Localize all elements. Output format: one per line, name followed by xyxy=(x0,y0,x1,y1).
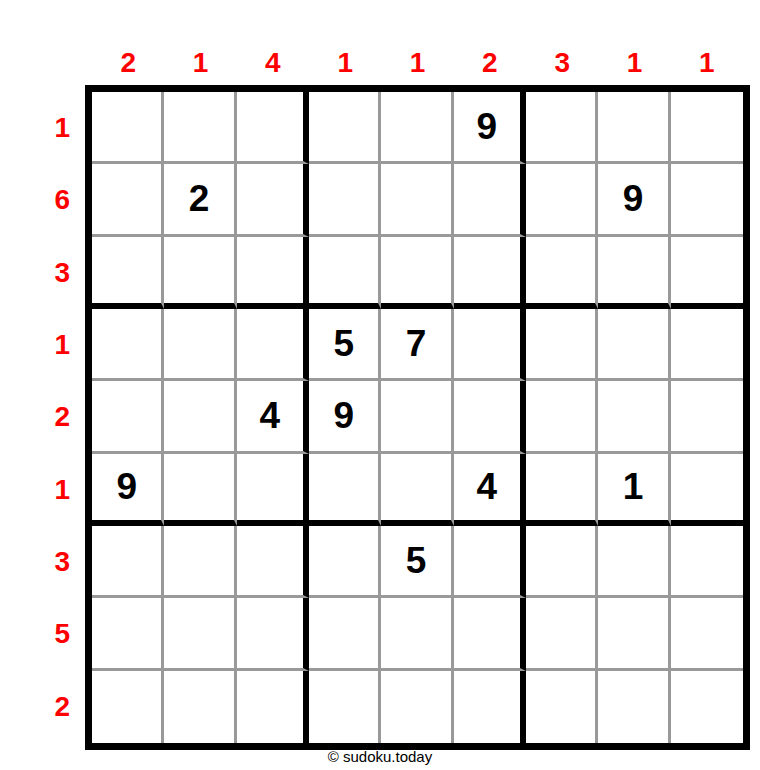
cell-r8c8[interactable] xyxy=(598,598,670,670)
cell-r6c2[interactable] xyxy=(164,454,236,526)
cell-r8c9[interactable] xyxy=(671,598,743,670)
cell-r1c5[interactable] xyxy=(381,92,453,164)
left-clue-row5: 2 xyxy=(0,381,84,453)
left-clue-row2: 6 xyxy=(0,164,84,236)
given-digit: 9 xyxy=(116,468,137,505)
left-clue-row1: 1 xyxy=(0,92,84,164)
left-clue-row7: 3 xyxy=(0,526,84,598)
cell-r2c8[interactable]: 9 xyxy=(598,164,670,236)
cell-r7c4[interactable] xyxy=(309,526,381,598)
cell-r1c7[interactable] xyxy=(526,92,598,164)
cell-r8c1[interactable] xyxy=(92,598,164,670)
cell-r7c1[interactable] xyxy=(92,526,164,598)
given-digit: 4 xyxy=(260,397,281,434)
cell-r7c3[interactable] xyxy=(237,526,309,598)
top-clue-col3: 4 xyxy=(237,0,309,84)
cell-r6c7[interactable] xyxy=(526,454,598,526)
top-clue-col8: 1 xyxy=(598,0,670,84)
cell-r6c9[interactable] xyxy=(671,454,743,526)
cell-r3c5[interactable] xyxy=(381,237,453,309)
cell-r2c7[interactable] xyxy=(526,164,598,236)
cell-r9c7[interactable] xyxy=(526,671,598,743)
cell-r5c4[interactable]: 9 xyxy=(309,381,381,453)
cell-r2c6[interactable] xyxy=(454,164,526,236)
cell-r5c9[interactable] xyxy=(671,381,743,453)
cell-r8c3[interactable] xyxy=(237,598,309,670)
cell-r7c2[interactable] xyxy=(164,526,236,598)
cell-r5c6[interactable] xyxy=(454,381,526,453)
cell-r2c3[interactable] xyxy=(237,164,309,236)
cell-r5c8[interactable] xyxy=(598,381,670,453)
cell-r3c4[interactable] xyxy=(309,237,381,309)
cell-r6c3[interactable] xyxy=(237,454,309,526)
cell-r4c5[interactable]: 7 xyxy=(381,309,453,381)
given-digit: 5 xyxy=(333,325,354,362)
cell-r8c2[interactable] xyxy=(164,598,236,670)
left-clue-column: 163121352 xyxy=(0,85,84,750)
given-digit: 9 xyxy=(333,397,354,434)
cell-r8c7[interactable] xyxy=(526,598,598,670)
cell-r3c7[interactable] xyxy=(526,237,598,309)
cell-r1c2[interactable] xyxy=(164,92,236,164)
cell-r1c6[interactable]: 9 xyxy=(454,92,526,164)
cell-r4c3[interactable] xyxy=(237,309,309,381)
cell-r2c4[interactable] xyxy=(309,164,381,236)
cell-r9c6[interactable] xyxy=(454,671,526,743)
cell-r2c5[interactable] xyxy=(381,164,453,236)
footer-credit: © sudoku.today xyxy=(0,748,760,765)
top-clue-col5: 1 xyxy=(381,0,453,84)
cell-r6c6[interactable]: 4 xyxy=(454,454,526,526)
cell-r1c4[interactable] xyxy=(309,92,381,164)
cell-r1c1[interactable] xyxy=(92,92,164,164)
cell-r6c5[interactable] xyxy=(381,454,453,526)
cell-r2c1[interactable] xyxy=(92,164,164,236)
cell-r4c1[interactable] xyxy=(92,309,164,381)
left-clue-row9: 2 xyxy=(0,671,84,743)
top-clue-col9: 1 xyxy=(671,0,743,84)
cell-r1c9[interactable] xyxy=(671,92,743,164)
left-clue-row4: 1 xyxy=(0,309,84,381)
cell-r6c1[interactable]: 9 xyxy=(92,454,164,526)
top-clue-col6: 2 xyxy=(454,0,526,84)
cell-r2c9[interactable] xyxy=(671,164,743,236)
top-clue-col7: 3 xyxy=(526,0,598,84)
cell-r8c6[interactable] xyxy=(454,598,526,670)
top-clue-col4: 1 xyxy=(309,0,381,84)
cell-r6c8[interactable]: 1 xyxy=(598,454,670,526)
left-clue-row3: 3 xyxy=(0,237,84,309)
top-clue-col2: 1 xyxy=(164,0,236,84)
cell-r4c7[interactable] xyxy=(526,309,598,381)
cell-r7c7[interactable] xyxy=(526,526,598,598)
puzzle-page: 214112311 163121352 92957499415 © sudoku… xyxy=(0,0,760,770)
cell-r3c1[interactable] xyxy=(92,237,164,309)
cell-r7c8[interactable] xyxy=(598,526,670,598)
top-clue-col1: 2 xyxy=(92,0,164,84)
cell-r4c4[interactable]: 5 xyxy=(309,309,381,381)
cell-r1c8[interactable] xyxy=(598,92,670,164)
sudoku-board: 92957499415 xyxy=(85,85,750,750)
cell-r4c6[interactable] xyxy=(454,309,526,381)
cell-r5c7[interactable] xyxy=(526,381,598,453)
cell-r9c8[interactable] xyxy=(598,671,670,743)
left-clue-row8: 5 xyxy=(0,598,84,670)
given-digit: 1 xyxy=(623,468,644,505)
cell-r5c5[interactable] xyxy=(381,381,453,453)
cell-r8c4[interactable] xyxy=(309,598,381,670)
cell-r5c3[interactable]: 4 xyxy=(237,381,309,453)
cell-r8c5[interactable] xyxy=(381,598,453,670)
given-digit: 4 xyxy=(477,468,498,505)
cell-r4c9[interactable] xyxy=(671,309,743,381)
top-clue-row: 214112311 xyxy=(85,0,750,84)
cell-r9c5[interactable] xyxy=(381,671,453,743)
cell-r3c3[interactable] xyxy=(237,237,309,309)
cell-r2c2[interactable]: 2 xyxy=(164,164,236,236)
cell-r9c2[interactable] xyxy=(164,671,236,743)
cell-r4c2[interactable] xyxy=(164,309,236,381)
cell-r7c6[interactable] xyxy=(454,526,526,598)
cell-r9c3[interactable] xyxy=(237,671,309,743)
cell-r4c8[interactable] xyxy=(598,309,670,381)
cell-r9c9[interactable] xyxy=(671,671,743,743)
given-digit: 7 xyxy=(406,325,427,362)
cell-r7c5[interactable]: 5 xyxy=(381,526,453,598)
given-digit: 9 xyxy=(477,108,498,145)
cell-r1c3[interactable] xyxy=(237,92,309,164)
cell-r3c2[interactable] xyxy=(164,237,236,309)
cell-r9c1[interactable] xyxy=(92,671,164,743)
cell-r3c9[interactable] xyxy=(671,237,743,309)
cell-r3c8[interactable] xyxy=(598,237,670,309)
cell-r9c4[interactable] xyxy=(309,671,381,743)
cell-r5c1[interactable] xyxy=(92,381,164,453)
cell-r3c6[interactable] xyxy=(454,237,526,309)
cell-r6c4[interactable] xyxy=(309,454,381,526)
given-digit: 2 xyxy=(189,180,210,217)
cell-r5c2[interactable] xyxy=(164,381,236,453)
left-clue-row6: 1 xyxy=(0,454,84,526)
cell-r7c9[interactable] xyxy=(671,526,743,598)
given-digit: 9 xyxy=(623,180,644,217)
given-digit: 5 xyxy=(406,542,427,579)
